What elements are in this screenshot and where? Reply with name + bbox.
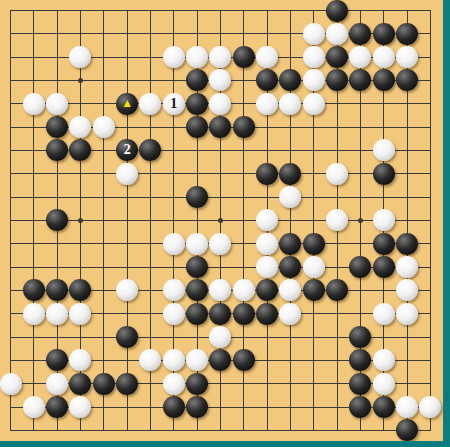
white-stone[interactable] (279, 93, 301, 115)
black-stone[interactable] (186, 256, 208, 278)
white-stone[interactable] (163, 93, 185, 115)
black-stone[interactable] (396, 419, 418, 441)
window-edge-bottom (0, 441, 450, 447)
white-stone[interactable] (396, 303, 418, 325)
black-stone[interactable] (93, 373, 115, 395)
black-stone[interactable] (303, 233, 325, 255)
white-stone[interactable] (69, 349, 91, 371)
black-stone[interactable] (233, 116, 255, 138)
black-stone[interactable] (256, 163, 278, 185)
white-stone[interactable] (23, 303, 45, 325)
black-stone[interactable] (186, 279, 208, 301)
black-stone[interactable] (209, 349, 231, 371)
white-stone[interactable] (396, 279, 418, 301)
white-stone[interactable] (303, 93, 325, 115)
black-stone[interactable] (349, 349, 371, 371)
black-stone[interactable] (116, 373, 138, 395)
black-stone[interactable] (326, 46, 348, 68)
white-stone[interactable] (279, 279, 301, 301)
white-stone[interactable] (303, 46, 325, 68)
white-stone[interactable] (209, 69, 231, 91)
black-stone[interactable] (69, 373, 91, 395)
black-stone[interactable] (396, 23, 418, 45)
black-stone[interactable] (396, 69, 418, 91)
black-stone[interactable] (256, 303, 278, 325)
black-stone[interactable] (116, 139, 138, 161)
white-stone[interactable] (373, 139, 395, 161)
white-stone[interactable] (256, 93, 278, 115)
black-stone[interactable] (69, 279, 91, 301)
black-stone[interactable] (349, 396, 371, 418)
black-stone[interactable] (233, 303, 255, 325)
star-point (78, 218, 83, 223)
black-stone[interactable] (373, 396, 395, 418)
black-stone[interactable] (23, 279, 45, 301)
white-stone[interactable] (326, 163, 348, 185)
white-stone[interactable] (163, 349, 185, 371)
black-stone[interactable] (256, 279, 278, 301)
black-stone[interactable] (186, 303, 208, 325)
white-stone[interactable] (396, 256, 418, 278)
black-stone[interactable] (186, 93, 208, 115)
go-board[interactable]: ▲12 (0, 0, 443, 441)
black-stone[interactable] (373, 163, 395, 185)
white-stone[interactable] (209, 46, 231, 68)
black-stone[interactable] (279, 256, 301, 278)
white-stone[interactable] (209, 279, 231, 301)
black-stone[interactable] (186, 116, 208, 138)
white-stone[interactable] (46, 303, 68, 325)
white-stone[interactable] (93, 116, 115, 138)
white-stone[interactable] (209, 93, 231, 115)
black-stone[interactable] (303, 279, 325, 301)
white-stone[interactable] (209, 233, 231, 255)
black-stone[interactable] (349, 326, 371, 348)
black-stone[interactable] (373, 256, 395, 278)
black-stone[interactable] (373, 23, 395, 45)
black-stone[interactable] (186, 186, 208, 208)
white-stone[interactable] (373, 373, 395, 395)
white-stone[interactable] (373, 349, 395, 371)
white-stone[interactable] (46, 373, 68, 395)
white-stone[interactable] (396, 396, 418, 418)
white-stone[interactable] (163, 46, 185, 68)
white-stone[interactable] (186, 233, 208, 255)
white-stone[interactable] (326, 209, 348, 231)
black-stone[interactable] (349, 373, 371, 395)
white-stone[interactable] (69, 396, 91, 418)
black-stone[interactable] (396, 233, 418, 255)
white-stone[interactable] (256, 256, 278, 278)
white-stone[interactable] (256, 209, 278, 231)
white-stone[interactable] (209, 326, 231, 348)
black-stone[interactable] (186, 69, 208, 91)
black-stone[interactable] (326, 279, 348, 301)
black-stone[interactable] (279, 233, 301, 255)
white-stone[interactable] (186, 349, 208, 371)
white-stone[interactable] (186, 46, 208, 68)
black-stone[interactable] (46, 139, 68, 161)
white-stone[interactable] (419, 396, 441, 418)
white-stone[interactable] (256, 46, 278, 68)
white-stone[interactable] (69, 116, 91, 138)
white-stone[interactable] (279, 186, 301, 208)
black-stone[interactable] (139, 139, 161, 161)
white-stone[interactable] (326, 23, 348, 45)
white-stone[interactable] (0, 373, 22, 395)
black-stone[interactable] (209, 116, 231, 138)
white-stone[interactable] (139, 93, 161, 115)
star-point (218, 218, 223, 223)
grid-line-horizontal (10, 430, 431, 431)
white-stone[interactable] (279, 303, 301, 325)
black-stone[interactable] (373, 69, 395, 91)
black-stone[interactable] (233, 46, 255, 68)
white-stone[interactable] (69, 46, 91, 68)
white-stone[interactable] (163, 373, 185, 395)
black-stone[interactable] (349, 256, 371, 278)
go-app-window: ▲12 (0, 0, 450, 447)
black-stone[interactable] (209, 303, 231, 325)
black-stone[interactable] (163, 396, 185, 418)
black-stone[interactable] (279, 163, 301, 185)
white-stone[interactable] (163, 303, 185, 325)
black-stone[interactable] (349, 23, 371, 45)
black-stone[interactable] (69, 139, 91, 161)
black-stone[interactable] (116, 326, 138, 348)
black-stone[interactable] (349, 69, 371, 91)
white-stone[interactable] (303, 23, 325, 45)
white-stone[interactable] (373, 46, 395, 68)
black-stone[interactable] (186, 396, 208, 418)
black-stone[interactable] (326, 0, 348, 22)
white-stone[interactable] (373, 303, 395, 325)
star-point (358, 218, 363, 223)
black-stone[interactable] (46, 209, 68, 231)
black-stone[interactable] (46, 279, 68, 301)
white-stone[interactable] (23, 396, 45, 418)
white-stone[interactable] (349, 46, 371, 68)
black-stone[interactable] (46, 396, 68, 418)
black-stone[interactable] (116, 93, 138, 115)
black-stone[interactable] (46, 116, 68, 138)
black-stone[interactable] (233, 349, 255, 371)
white-stone[interactable] (23, 93, 45, 115)
white-stone[interactable] (396, 46, 418, 68)
white-stone[interactable] (163, 233, 185, 255)
white-stone[interactable] (163, 279, 185, 301)
black-stone[interactable] (256, 69, 278, 91)
black-stone[interactable] (326, 69, 348, 91)
white-stone[interactable] (303, 69, 325, 91)
grid-line-vertical (430, 10, 431, 431)
white-stone[interactable] (373, 209, 395, 231)
black-stone[interactable] (373, 233, 395, 255)
white-stone[interactable] (116, 163, 138, 185)
white-stone[interactable] (233, 279, 255, 301)
black-stone[interactable] (279, 69, 301, 91)
white-stone[interactable] (303, 256, 325, 278)
black-stone[interactable] (186, 373, 208, 395)
white-stone[interactable] (116, 279, 138, 301)
white-stone[interactable] (69, 303, 91, 325)
white-stone[interactable] (46, 93, 68, 115)
white-stone[interactable] (256, 233, 278, 255)
black-stone[interactable] (46, 349, 68, 371)
star-point (78, 78, 83, 83)
window-edge-right (443, 0, 450, 447)
white-stone[interactable] (139, 349, 161, 371)
